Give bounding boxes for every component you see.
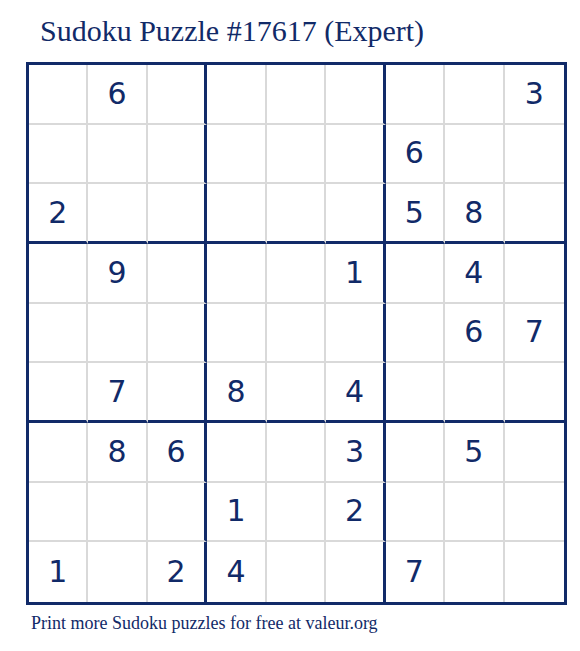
sudoku-cell-r9c6 xyxy=(326,542,385,602)
sudoku-cell-r4c5 xyxy=(267,244,326,304)
sudoku-cell-r5c3 xyxy=(148,304,207,364)
sudoku-cell-r7c9 xyxy=(505,423,564,483)
sudoku-cell-r7c6: 3 xyxy=(326,423,385,483)
sudoku-cell-r9c2 xyxy=(88,542,147,602)
sudoku-cell-r3c1: 2 xyxy=(29,184,88,244)
sudoku-cell-r6c1 xyxy=(29,363,88,423)
sudoku-cell-r1c3 xyxy=(148,65,207,125)
sudoku-cell-r3c4 xyxy=(207,184,266,244)
sudoku-cell-r9c8 xyxy=(445,542,504,602)
sudoku-cell-r3c9 xyxy=(505,184,564,244)
sudoku-cell-r9c7: 7 xyxy=(386,542,445,602)
sudoku-cell-r4c8: 4 xyxy=(445,244,504,304)
sudoku-cell-r2c6 xyxy=(326,125,385,185)
sudoku-cell-r9c1: 1 xyxy=(29,542,88,602)
sudoku-cell-r9c4: 4 xyxy=(207,542,266,602)
sudoku-cell-r1c1 xyxy=(29,65,88,125)
sudoku-cell-r8c8 xyxy=(445,483,504,543)
sudoku-cell-r3c3 xyxy=(148,184,207,244)
sudoku-cell-r4c7 xyxy=(386,244,445,304)
sudoku-cell-r3c6 xyxy=(326,184,385,244)
sudoku-cell-r6c5 xyxy=(267,363,326,423)
sudoku-cell-r1c8 xyxy=(445,65,504,125)
sudoku-cell-r1c9: 3 xyxy=(505,65,564,125)
sudoku-cell-r6c7 xyxy=(386,363,445,423)
sudoku-cell-r2c3 xyxy=(148,125,207,185)
sudoku-cell-r6c3 xyxy=(148,363,207,423)
sudoku-cell-r5c9: 7 xyxy=(505,304,564,364)
sudoku-cell-r4c3 xyxy=(148,244,207,304)
sudoku-cell-r2c4 xyxy=(207,125,266,185)
sudoku-cell-r8c7 xyxy=(386,483,445,543)
sudoku-cell-r5c5 xyxy=(267,304,326,364)
sudoku-cell-r4c4 xyxy=(207,244,266,304)
sudoku-cell-r6c4: 8 xyxy=(207,363,266,423)
sudoku-cell-r5c2 xyxy=(88,304,147,364)
sudoku-cell-r7c1 xyxy=(29,423,88,483)
sudoku-cell-r6c9 xyxy=(505,363,564,423)
sudoku-cell-r7c5 xyxy=(267,423,326,483)
sudoku-cell-r5c8: 6 xyxy=(445,304,504,364)
sudoku-cell-r3c8: 8 xyxy=(445,184,504,244)
sudoku-cell-r1c7 xyxy=(386,65,445,125)
sudoku-cell-r1c6 xyxy=(326,65,385,125)
page-title: Sudoku Puzzle #17617 (Expert) xyxy=(40,14,424,48)
sudoku-cell-r5c4 xyxy=(207,304,266,364)
sudoku-cell-r1c5 xyxy=(267,65,326,125)
sudoku-cell-r5c6 xyxy=(326,304,385,364)
sudoku-cell-r8c5 xyxy=(267,483,326,543)
sudoku-cell-r7c2: 8 xyxy=(88,423,147,483)
sudoku-cell-r7c3: 6 xyxy=(148,423,207,483)
sudoku-cell-r2c5 xyxy=(267,125,326,185)
sudoku-cell-r9c3: 2 xyxy=(148,542,207,602)
sudoku-cell-r6c6: 4 xyxy=(326,363,385,423)
sudoku-cell-r4c1 xyxy=(29,244,88,304)
sudoku-cell-r7c7 xyxy=(386,423,445,483)
sudoku-grid: 636258914677848635121247 xyxy=(26,62,567,605)
sudoku-cell-r8c1 xyxy=(29,483,88,543)
sudoku-cell-r3c2 xyxy=(88,184,147,244)
sudoku-cell-r8c6: 2 xyxy=(326,483,385,543)
sudoku-cell-r2c8 xyxy=(445,125,504,185)
sudoku-cell-r8c4: 1 xyxy=(207,483,266,543)
sudoku-cell-r3c5 xyxy=(267,184,326,244)
sudoku-cell-r2c7: 6 xyxy=(386,125,445,185)
sudoku-cell-r3c7: 5 xyxy=(386,184,445,244)
sudoku-cell-r8c3 xyxy=(148,483,207,543)
sudoku-cell-r9c5 xyxy=(267,542,326,602)
sudoku-cell-r6c8 xyxy=(445,363,504,423)
sudoku-cell-r8c9 xyxy=(505,483,564,543)
sudoku-cell-r4c9 xyxy=(505,244,564,304)
sudoku-cell-r5c1 xyxy=(29,304,88,364)
sudoku-cell-r7c4 xyxy=(207,423,266,483)
sudoku-cell-r4c2: 9 xyxy=(88,244,147,304)
footer-text: Print more Sudoku puzzles for free at va… xyxy=(31,613,378,634)
sudoku-cell-r2c9 xyxy=(505,125,564,185)
sudoku-cell-r7c8: 5 xyxy=(445,423,504,483)
sudoku-cell-r6c2: 7 xyxy=(88,363,147,423)
sudoku-cell-r4c6: 1 xyxy=(326,244,385,304)
sudoku-cell-r1c4 xyxy=(207,65,266,125)
sudoku-cell-r2c2 xyxy=(88,125,147,185)
sudoku-cell-r5c7 xyxy=(386,304,445,364)
sudoku-cell-r2c1 xyxy=(29,125,88,185)
sudoku-cell-r1c2: 6 xyxy=(88,65,147,125)
sudoku-cell-r8c2 xyxy=(88,483,147,543)
sudoku-cell-r9c9 xyxy=(505,542,564,602)
